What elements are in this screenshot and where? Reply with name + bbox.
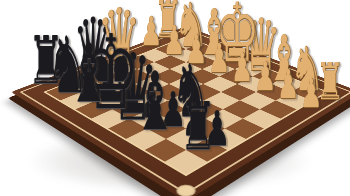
- piece-white-pawn[interactable]: ♟: [277, 65, 299, 105]
- piece-white-pawn[interactable]: ♟: [254, 56, 276, 96]
- piece-black-rook[interactable]: ♜: [28, 28, 65, 94]
- piece-white-pawn[interactable]: ♟: [300, 74, 322, 114]
- piece-white-pawn[interactable]: ♟: [208, 38, 230, 78]
- piece-black-rook[interactable]: ♜: [180, 94, 217, 160]
- piece-white-pawn[interactable]: ♟: [231, 47, 253, 87]
- chess-scene: ♜♝♛♚♝♞♜♟♟♟♟♟♟♟♟♞♟♟♟♟♟♟♟♟♜♞♝♛♚♝♞♜♛♛: [0, 0, 350, 196]
